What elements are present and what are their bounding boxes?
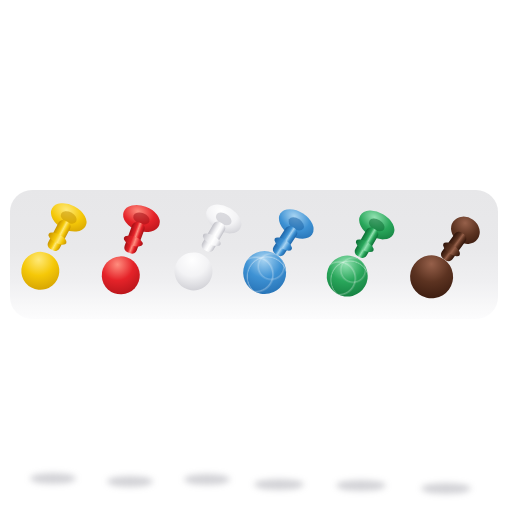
pawn-shadow — [336, 480, 386, 491]
pawn-shadow — [184, 474, 230, 485]
pawn-shadow — [254, 479, 304, 490]
pawn-shadow — [107, 476, 153, 487]
pawn-shadow — [30, 473, 76, 484]
pawn-shadow — [421, 483, 471, 494]
product-photo — [0, 0, 508, 508]
